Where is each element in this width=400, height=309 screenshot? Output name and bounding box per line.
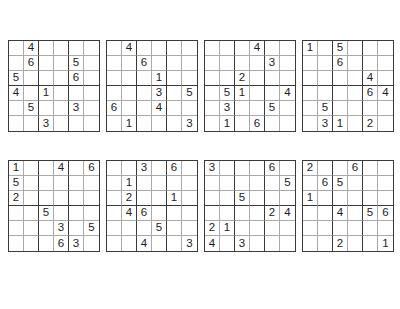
empty-cell (205, 86, 220, 101)
given-digit-cell: 3 (235, 236, 250, 251)
empty-cell (265, 71, 280, 86)
empty-cell (250, 71, 265, 86)
empty-cell (54, 86, 69, 101)
empty-cell (39, 161, 54, 176)
sudoku-grid-6: 3612146543 (106, 160, 198, 252)
given-digit-cell: 1 (9, 161, 24, 176)
empty-cell (378, 101, 393, 116)
given-digit-cell: 2 (122, 191, 137, 206)
given-digit-cell: 3 (54, 221, 69, 236)
empty-cell (54, 71, 69, 86)
empty-cell (235, 206, 250, 221)
empty-cell (318, 236, 333, 251)
empty-cell (265, 221, 280, 236)
sudoku-grid-1: 4655641533 (8, 40, 100, 132)
empty-cell (265, 86, 280, 101)
given-digit-cell: 1 (235, 86, 250, 101)
empty-cell (84, 56, 99, 71)
empty-cell (378, 116, 393, 131)
given-digit-cell: 3 (182, 116, 197, 131)
empty-cell (280, 56, 295, 71)
given-digit-cell: 2 (363, 116, 378, 131)
empty-cell (220, 191, 235, 206)
empty-cell (54, 41, 69, 56)
empty-cell (378, 191, 393, 206)
given-digit-cell: 6 (69, 71, 84, 86)
empty-cell (9, 206, 24, 221)
empty-cell (348, 176, 363, 191)
empty-cell (167, 176, 182, 191)
given-digit-cell: 6 (363, 86, 378, 101)
empty-cell (280, 161, 295, 176)
empty-cell (333, 161, 348, 176)
empty-cell (265, 236, 280, 251)
sudoku-grid-5: 1465253563 (8, 160, 100, 252)
empty-cell (167, 71, 182, 86)
empty-cell (182, 176, 197, 191)
given-digit-cell: 6 (318, 176, 333, 191)
empty-cell (235, 221, 250, 236)
empty-cell (303, 236, 318, 251)
empty-cell (348, 191, 363, 206)
empty-cell (182, 56, 197, 71)
empty-cell (84, 116, 99, 131)
empty-cell (220, 176, 235, 191)
empty-cell (107, 191, 122, 206)
empty-cell (363, 56, 378, 71)
given-digit-cell: 5 (265, 101, 280, 116)
empty-cell (137, 221, 152, 236)
empty-cell (24, 116, 39, 131)
empty-cell (378, 221, 393, 236)
empty-cell (182, 161, 197, 176)
empty-cell (205, 41, 220, 56)
empty-cell (137, 116, 152, 131)
given-digit-cell: 6 (250, 116, 265, 131)
empty-cell (303, 116, 318, 131)
given-digit-cell: 4 (122, 206, 137, 221)
empty-cell (363, 161, 378, 176)
empty-cell (122, 86, 137, 101)
empty-cell (220, 206, 235, 221)
given-digit-cell: 1 (303, 41, 318, 56)
given-digit-cell: 5 (9, 176, 24, 191)
empty-cell (265, 176, 280, 191)
empty-cell (167, 116, 182, 131)
empty-cell (9, 236, 24, 251)
given-digit-cell: 1 (122, 116, 137, 131)
empty-cell (107, 206, 122, 221)
empty-cell (39, 71, 54, 86)
empty-cell (378, 41, 393, 56)
given-digit-cell: 3 (137, 161, 152, 176)
empty-cell (107, 86, 122, 101)
empty-cell (137, 101, 152, 116)
empty-cell (24, 71, 39, 86)
empty-cell (348, 221, 363, 236)
empty-cell (167, 206, 182, 221)
empty-cell (137, 86, 152, 101)
empty-cell (39, 56, 54, 71)
given-digit-cell: 4 (363, 71, 378, 86)
empty-cell (84, 101, 99, 116)
empty-cell (167, 221, 182, 236)
empty-cell (333, 101, 348, 116)
given-digit-cell: 4 (280, 86, 295, 101)
empty-cell (152, 41, 167, 56)
given-digit-cell: 1 (378, 236, 393, 251)
given-digit-cell: 3 (205, 161, 220, 176)
empty-cell (235, 41, 250, 56)
empty-cell (250, 221, 265, 236)
given-digit-cell: 5 (24, 101, 39, 116)
empty-cell (54, 116, 69, 131)
empty-cell (152, 191, 167, 206)
given-digit-cell: 4 (9, 86, 24, 101)
empty-cell (250, 191, 265, 206)
empty-cell (220, 161, 235, 176)
empty-cell (318, 206, 333, 221)
empty-cell (303, 176, 318, 191)
given-digit-cell: 3 (265, 56, 280, 71)
empty-cell (167, 236, 182, 251)
sudoku-sheet: 4655641533 461356413 4325143516 15646453… (0, 0, 400, 309)
empty-cell (137, 71, 152, 86)
empty-cell (54, 101, 69, 116)
given-digit-cell: 1 (303, 191, 318, 206)
empty-cell (107, 221, 122, 236)
given-digit-cell: 3 (69, 236, 84, 251)
empty-cell (39, 176, 54, 191)
empty-cell (152, 176, 167, 191)
given-digit-cell: 4 (24, 41, 39, 56)
empty-cell (250, 101, 265, 116)
empty-cell (137, 176, 152, 191)
given-digit-cell: 5 (182, 86, 197, 101)
sudoku-grid-7: 3655242143 (204, 160, 296, 252)
empty-cell (363, 221, 378, 236)
empty-cell (348, 101, 363, 116)
given-digit-cell: 5 (9, 71, 24, 86)
given-digit-cell: 1 (122, 176, 137, 191)
empty-cell (182, 191, 197, 206)
grid-row-bottom: 1465253563 3612146543 3655242143 2665145… (8, 160, 400, 252)
empty-cell (265, 191, 280, 206)
empty-cell (205, 71, 220, 86)
empty-cell (84, 191, 99, 206)
empty-cell (122, 236, 137, 251)
given-digit-cell: 1 (220, 116, 235, 131)
given-digit-cell: 3 (182, 236, 197, 251)
given-digit-cell: 1 (39, 86, 54, 101)
empty-cell (24, 221, 39, 236)
given-digit-cell: 3 (69, 101, 84, 116)
given-digit-cell: 6 (333, 56, 348, 71)
empty-cell (348, 86, 363, 101)
empty-cell (363, 101, 378, 116)
empty-cell (303, 206, 318, 221)
empty-cell (318, 191, 333, 206)
given-digit-cell: 5 (333, 176, 348, 191)
empty-cell (280, 236, 295, 251)
empty-cell (303, 56, 318, 71)
empty-cell (107, 236, 122, 251)
empty-cell (69, 206, 84, 221)
empty-cell (54, 176, 69, 191)
empty-cell (220, 56, 235, 71)
empty-cell (363, 176, 378, 191)
empty-cell (333, 71, 348, 86)
empty-cell (303, 101, 318, 116)
empty-cell (84, 176, 99, 191)
given-digit-cell: 2 (235, 71, 250, 86)
empty-cell (107, 176, 122, 191)
empty-cell (303, 71, 318, 86)
empty-cell (9, 116, 24, 131)
empty-cell (69, 221, 84, 236)
empty-cell (152, 56, 167, 71)
given-digit-cell: 2 (333, 236, 348, 251)
given-digit-cell: 3 (220, 101, 235, 116)
given-digit-cell: 6 (54, 236, 69, 251)
empty-cell (107, 116, 122, 131)
empty-cell (280, 191, 295, 206)
empty-cell (84, 86, 99, 101)
empty-cell (152, 236, 167, 251)
empty-cell (235, 116, 250, 131)
empty-cell (235, 101, 250, 116)
empty-cell (280, 41, 295, 56)
given-digit-cell: 5 (363, 206, 378, 221)
empty-cell (363, 41, 378, 56)
given-digit-cell: 6 (137, 56, 152, 71)
empty-cell (39, 41, 54, 56)
empty-cell (205, 101, 220, 116)
given-digit-cell: 4 (122, 41, 137, 56)
empty-cell (220, 41, 235, 56)
given-digit-cell: 4 (152, 101, 167, 116)
empty-cell (182, 206, 197, 221)
empty-cell (167, 101, 182, 116)
given-digit-cell: 4 (250, 41, 265, 56)
empty-cell (363, 191, 378, 206)
empty-cell (167, 86, 182, 101)
empty-cell (84, 41, 99, 56)
empty-cell (9, 101, 24, 116)
empty-cell (84, 236, 99, 251)
grid-row-top: 4655641533 461356413 4325143516 15646453… (8, 40, 400, 132)
empty-cell (265, 41, 280, 56)
empty-cell (69, 41, 84, 56)
given-digit-cell: 4 (137, 236, 152, 251)
empty-cell (152, 206, 167, 221)
empty-cell (107, 161, 122, 176)
empty-cell (39, 236, 54, 251)
empty-cell (333, 86, 348, 101)
empty-cell (303, 221, 318, 236)
given-digit-cell: 6 (348, 161, 363, 176)
given-digit-cell: 6 (137, 206, 152, 221)
given-digit-cell: 5 (152, 221, 167, 236)
empty-cell (122, 71, 137, 86)
empty-cell (122, 161, 137, 176)
given-digit-cell: 1 (333, 116, 348, 131)
empty-cell (84, 71, 99, 86)
empty-cell (318, 86, 333, 101)
empty-cell (250, 86, 265, 101)
given-digit-cell: 2 (9, 191, 24, 206)
empty-cell (318, 71, 333, 86)
given-digit-cell: 1 (152, 71, 167, 86)
empty-cell (9, 56, 24, 71)
empty-cell (333, 221, 348, 236)
empty-cell (24, 176, 39, 191)
empty-cell (24, 161, 39, 176)
given-digit-cell: 2 (205, 221, 220, 236)
given-digit-cell: 6 (265, 161, 280, 176)
empty-cell (54, 56, 69, 71)
empty-cell (205, 206, 220, 221)
empty-cell (333, 191, 348, 206)
empty-cell (250, 236, 265, 251)
given-digit-cell: 4 (333, 206, 348, 221)
empty-cell (318, 221, 333, 236)
empty-cell (378, 71, 393, 86)
empty-cell (39, 191, 54, 206)
sudoku-grid-3: 4325143516 (204, 40, 296, 132)
empty-cell (205, 56, 220, 71)
given-digit-cell: 2 (303, 161, 318, 176)
sudoku-grid-8: 2665145621 (302, 160, 394, 252)
given-digit-cell: 2 (265, 206, 280, 221)
empty-cell (107, 56, 122, 71)
empty-cell (348, 116, 363, 131)
empty-cell (348, 56, 363, 71)
empty-cell (348, 71, 363, 86)
empty-cell (220, 236, 235, 251)
empty-cell (54, 191, 69, 206)
empty-cell (152, 161, 167, 176)
given-digit-cell: 1 (167, 191, 182, 206)
empty-cell (137, 41, 152, 56)
given-digit-cell: 3 (152, 86, 167, 101)
given-digit-cell: 6 (167, 161, 182, 176)
empty-cell (280, 101, 295, 116)
empty-cell (280, 71, 295, 86)
empty-cell (205, 191, 220, 206)
empty-cell (182, 71, 197, 86)
given-digit-cell: 3 (318, 116, 333, 131)
empty-cell (39, 101, 54, 116)
empty-cell (265, 116, 280, 131)
given-digit-cell: 5 (235, 191, 250, 206)
given-digit-cell: 5 (69, 56, 84, 71)
given-digit-cell: 1 (220, 221, 235, 236)
empty-cell (235, 56, 250, 71)
empty-cell (378, 176, 393, 191)
empty-cell (24, 206, 39, 221)
empty-cell (9, 41, 24, 56)
empty-cell (182, 221, 197, 236)
empty-cell (280, 221, 295, 236)
empty-cell (107, 41, 122, 56)
empty-cell (24, 236, 39, 251)
sudoku-grid-4: 1564645312 (302, 40, 394, 132)
given-digit-cell: 4 (54, 161, 69, 176)
empty-cell (235, 176, 250, 191)
given-digit-cell: 6 (84, 161, 99, 176)
empty-cell (250, 176, 265, 191)
empty-cell (235, 161, 250, 176)
empty-cell (24, 86, 39, 101)
given-digit-cell: 5 (280, 176, 295, 191)
empty-cell (167, 41, 182, 56)
empty-cell (303, 86, 318, 101)
given-digit-cell: 5 (84, 221, 99, 236)
empty-cell (348, 236, 363, 251)
empty-cell (69, 191, 84, 206)
empty-cell (182, 101, 197, 116)
empty-cell (205, 116, 220, 131)
empty-cell (348, 206, 363, 221)
empty-cell (69, 86, 84, 101)
empty-cell (69, 161, 84, 176)
empty-cell (69, 116, 84, 131)
given-digit-cell: 5 (220, 86, 235, 101)
sudoku-grid-2: 461356413 (106, 40, 198, 132)
given-digit-cell: 6 (24, 56, 39, 71)
empty-cell (378, 56, 393, 71)
given-digit-cell: 5 (318, 101, 333, 116)
empty-cell (9, 221, 24, 236)
empty-cell (24, 191, 39, 206)
empty-cell (318, 161, 333, 176)
empty-cell (167, 56, 182, 71)
given-digit-cell: 5 (333, 41, 348, 56)
empty-cell (220, 71, 235, 86)
empty-cell (250, 206, 265, 221)
empty-cell (54, 206, 69, 221)
empty-cell (122, 101, 137, 116)
empty-cell (205, 176, 220, 191)
given-digit-cell: 5 (39, 206, 54, 221)
empty-cell (250, 56, 265, 71)
empty-cell (39, 221, 54, 236)
empty-cell (318, 41, 333, 56)
empty-cell (378, 161, 393, 176)
empty-cell (182, 41, 197, 56)
empty-cell (152, 116, 167, 131)
given-digit-cell: 6 (107, 101, 122, 116)
given-digit-cell: 4 (280, 206, 295, 221)
empty-cell (107, 71, 122, 86)
given-digit-cell: 4 (378, 86, 393, 101)
empty-cell (122, 221, 137, 236)
empty-cell (318, 56, 333, 71)
empty-cell (280, 116, 295, 131)
empty-cell (122, 56, 137, 71)
empty-cell (250, 161, 265, 176)
empty-cell (363, 236, 378, 251)
sudoku-sheet-inner: 4655641533 461356413 4325143516 15646453… (0, 0, 400, 252)
given-digit-cell: 4 (205, 236, 220, 251)
empty-cell (137, 191, 152, 206)
empty-cell (348, 41, 363, 56)
empty-cell (84, 206, 99, 221)
empty-cell (69, 176, 84, 191)
given-digit-cell: 3 (39, 116, 54, 131)
given-digit-cell: 6 (378, 206, 393, 221)
